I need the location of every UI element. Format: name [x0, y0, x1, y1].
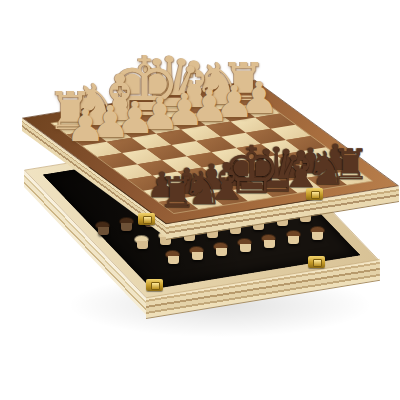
- white-pawn[interactable]: ♟: [66, 103, 105, 147]
- brass-clasp-icon: [138, 213, 155, 225]
- product-photo-scene: ♜♞♝♛♚♝♞♜♟♟♟♟♟♟♟♟♟♟♟♟♟♟♟♟♜♞♝♛♚♝♞♜: [0, 0, 400, 400]
- black-rook[interactable]: ♜: [159, 173, 197, 215]
